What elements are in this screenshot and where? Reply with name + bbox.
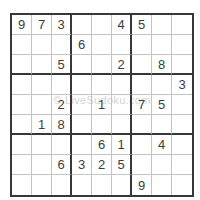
cell-r5c6[interactable] <box>112 95 132 115</box>
cell-r1c3[interactable]: 3 <box>52 15 72 35</box>
cell-r8c5[interactable]: 2 <box>92 155 112 175</box>
cell-r1c5[interactable] <box>92 15 112 35</box>
cell-r7c9[interactable] <box>172 135 192 155</box>
cell-r1c2[interactable]: 7 <box>32 15 52 35</box>
cell-r1c6[interactable]: 4 <box>112 15 132 35</box>
cell-r6c9[interactable] <box>172 115 192 135</box>
cell-r4c7[interactable] <box>132 75 152 95</box>
cell-r6c1[interactable] <box>12 115 32 135</box>
cell-r2c5[interactable] <box>92 35 112 55</box>
cell-r3c2[interactable] <box>32 55 52 75</box>
cell-r4c5[interactable] <box>92 75 112 95</box>
cell-r5c5[interactable]: 1 <box>92 95 112 115</box>
page: © LiveSudoku.com 97345652832175186146325… <box>0 0 200 200</box>
cell-r7c3[interactable] <box>52 135 72 155</box>
cell-r8c3[interactable]: 6 <box>52 155 72 175</box>
cell-r4c3[interactable] <box>52 75 72 95</box>
cell-r5c2[interactable] <box>32 95 52 115</box>
cell-r2c3[interactable] <box>52 35 72 55</box>
cell-r8c7[interactable] <box>132 155 152 175</box>
cell-r1c4[interactable] <box>72 15 92 35</box>
cell-r2c4[interactable]: 6 <box>72 35 92 55</box>
cell-r8c2[interactable] <box>32 155 52 175</box>
cell-r7c1[interactable] <box>12 135 32 155</box>
cell-r2c2[interactable] <box>32 35 52 55</box>
cell-r6c4[interactable] <box>72 115 92 135</box>
cell-r9c2[interactable] <box>32 175 52 195</box>
cell-r6c7[interactable] <box>132 115 152 135</box>
cell-r8c6[interactable]: 5 <box>112 155 132 175</box>
cell-r2c1[interactable] <box>12 35 32 55</box>
cell-r8c9[interactable] <box>172 155 192 175</box>
cell-r6c6[interactable] <box>112 115 132 135</box>
cell-r9c7[interactable]: 9 <box>132 175 152 195</box>
cell-r7c8[interactable]: 4 <box>152 135 172 155</box>
cell-r4c8[interactable] <box>152 75 172 95</box>
cell-r5c3[interactable]: 2 <box>52 95 72 115</box>
cell-r6c2[interactable]: 1 <box>32 115 52 135</box>
cell-r8c8[interactable] <box>152 155 172 175</box>
cell-r5c7[interactable]: 7 <box>132 95 152 115</box>
cell-r5c4[interactable] <box>72 95 92 115</box>
cell-r6c3[interactable]: 8 <box>52 115 72 135</box>
cell-r5c9[interactable] <box>172 95 192 115</box>
cell-r9c9[interactable] <box>172 175 192 195</box>
cell-r7c6[interactable]: 1 <box>112 135 132 155</box>
cell-r3c3[interactable]: 5 <box>52 55 72 75</box>
cell-r3c5[interactable] <box>92 55 112 75</box>
cell-r9c5[interactable] <box>92 175 112 195</box>
sudoku-grid: 973456528321751861463259 <box>12 15 192 195</box>
cell-r8c1[interactable] <box>12 155 32 175</box>
cell-r7c5[interactable]: 6 <box>92 135 112 155</box>
cell-r3c6[interactable]: 2 <box>112 55 132 75</box>
cell-r9c4[interactable] <box>72 175 92 195</box>
cell-r3c8[interactable]: 8 <box>152 55 172 75</box>
cell-r3c1[interactable] <box>12 55 32 75</box>
cell-r2c6[interactable] <box>112 35 132 55</box>
cell-r4c4[interactable] <box>72 75 92 95</box>
cell-r2c9[interactable] <box>172 35 192 55</box>
cell-r4c2[interactable] <box>32 75 52 95</box>
cell-r1c9[interactable] <box>172 15 192 35</box>
cell-r6c8[interactable] <box>152 115 172 135</box>
cell-r9c3[interactable] <box>52 175 72 195</box>
cell-r3c7[interactable] <box>132 55 152 75</box>
cell-r4c1[interactable] <box>12 75 32 95</box>
cell-r9c6[interactable] <box>112 175 132 195</box>
cell-r1c8[interactable] <box>152 15 172 35</box>
cell-r3c4[interactable] <box>72 55 92 75</box>
cell-r7c4[interactable] <box>72 135 92 155</box>
cell-r7c2[interactable] <box>32 135 52 155</box>
sudoku-board: © LiveSudoku.com 97345652832175186146325… <box>10 13 194 197</box>
cell-r2c7[interactable] <box>132 35 152 55</box>
cell-r1c1[interactable]: 9 <box>12 15 32 35</box>
cell-r3c9[interactable] <box>172 55 192 75</box>
cell-r8c4[interactable]: 3 <box>72 155 92 175</box>
cell-r4c6[interactable] <box>112 75 132 95</box>
cell-r9c8[interactable] <box>152 175 172 195</box>
cell-r7c7[interactable] <box>132 135 152 155</box>
cell-r2c8[interactable] <box>152 35 172 55</box>
cell-r1c7[interactable]: 5 <box>132 15 152 35</box>
cell-r6c5[interactable] <box>92 115 112 135</box>
cell-r9c1[interactable] <box>12 175 32 195</box>
cell-r4c9[interactable]: 3 <box>172 75 192 95</box>
cell-r5c8[interactable]: 5 <box>152 95 172 115</box>
cell-r5c1[interactable] <box>12 95 32 115</box>
